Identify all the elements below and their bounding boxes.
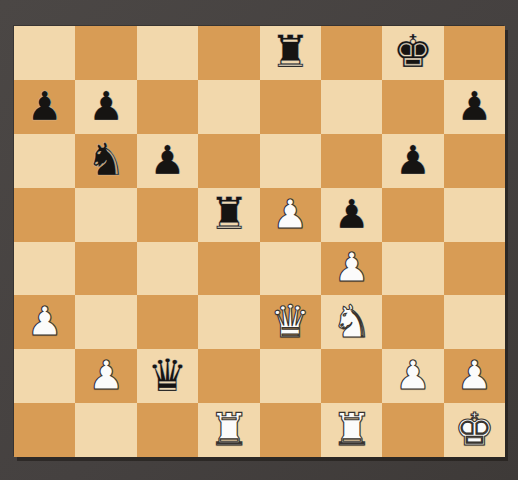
black-pawn: ♟: [395, 140, 431, 180]
square-b4[interactable]: [75, 242, 136, 296]
square-b1[interactable]: [75, 403, 136, 457]
square-c2[interactable]: ♛: [137, 349, 198, 403]
square-c5[interactable]: [137, 188, 198, 242]
square-h7[interactable]: ♟: [444, 80, 505, 134]
white-pawn: ♟: [272, 194, 308, 234]
square-g4[interactable]: [382, 242, 443, 296]
square-f7[interactable]: [321, 80, 382, 134]
square-a7[interactable]: ♟: [14, 80, 75, 134]
black-pawn: ♟: [27, 86, 63, 126]
white-queen: ♛: [270, 299, 310, 344]
square-d4[interactable]: [198, 242, 259, 296]
square-g5[interactable]: [382, 188, 443, 242]
black-pawn: ♟: [456, 86, 492, 126]
black-pawn: ♟: [150, 140, 186, 180]
square-d5[interactable]: ♜: [198, 188, 259, 242]
square-h2[interactable]: ♟: [444, 349, 505, 403]
black-rook: ♜: [209, 191, 249, 236]
black-pawn: ♟: [334, 194, 370, 234]
white-rook: ♜: [209, 407, 249, 452]
square-h4[interactable]: [444, 242, 505, 296]
square-b3[interactable]: [75, 295, 136, 349]
white-king: ♚: [454, 407, 494, 452]
white-knight: ♞: [331, 299, 371, 344]
square-e4[interactable]: [260, 242, 321, 296]
square-b6[interactable]: ♞: [75, 134, 136, 188]
square-d7[interactable]: [198, 80, 259, 134]
square-c7[interactable]: [137, 80, 198, 134]
square-e1[interactable]: [260, 403, 321, 457]
chess-board: ♜♚♟♟♟♞♟♟♜♟♟♟♟♛♞♟♛♟♟♜♜♚: [14, 26, 505, 457]
white-pawn: ♟: [395, 355, 431, 395]
square-a2[interactable]: [14, 349, 75, 403]
square-e3[interactable]: ♛: [260, 295, 321, 349]
square-b8[interactable]: [75, 26, 136, 80]
square-g1[interactable]: [382, 403, 443, 457]
square-e2[interactable]: [260, 349, 321, 403]
square-e6[interactable]: [260, 134, 321, 188]
square-d3[interactable]: [198, 295, 259, 349]
square-h5[interactable]: [444, 188, 505, 242]
square-a5[interactable]: [14, 188, 75, 242]
square-f4[interactable]: ♟: [321, 242, 382, 296]
square-f5[interactable]: ♟: [321, 188, 382, 242]
black-rook: ♜: [270, 29, 310, 74]
white-pawn: ♟: [456, 355, 492, 395]
square-a3[interactable]: ♟: [14, 295, 75, 349]
square-c8[interactable]: [137, 26, 198, 80]
square-b5[interactable]: [75, 188, 136, 242]
square-b2[interactable]: ♟: [75, 349, 136, 403]
square-h1[interactable]: ♚: [444, 403, 505, 457]
square-h8[interactable]: [444, 26, 505, 80]
square-a1[interactable]: [14, 403, 75, 457]
square-d8[interactable]: [198, 26, 259, 80]
black-knight: ♞: [86, 137, 126, 182]
square-f6[interactable]: [321, 134, 382, 188]
white-pawn: ♟: [88, 355, 124, 395]
square-a6[interactable]: [14, 134, 75, 188]
square-f3[interactable]: ♞: [321, 295, 382, 349]
square-e5[interactable]: ♟: [260, 188, 321, 242]
square-g8[interactable]: ♚: [382, 26, 443, 80]
black-pawn: ♟: [88, 86, 124, 126]
black-queen: ♛: [147, 353, 187, 398]
square-c3[interactable]: [137, 295, 198, 349]
square-g3[interactable]: [382, 295, 443, 349]
square-c4[interactable]: [137, 242, 198, 296]
square-f1[interactable]: ♜: [321, 403, 382, 457]
square-h6[interactable]: [444, 134, 505, 188]
square-d6[interactable]: [198, 134, 259, 188]
square-a8[interactable]: [14, 26, 75, 80]
square-d2[interactable]: [198, 349, 259, 403]
square-f2[interactable]: [321, 349, 382, 403]
square-b7[interactable]: ♟: [75, 80, 136, 134]
black-king: ♚: [393, 29, 433, 74]
square-f8[interactable]: [321, 26, 382, 80]
white-rook: ♜: [331, 407, 371, 452]
square-d1[interactable]: ♜: [198, 403, 259, 457]
square-e7[interactable]: [260, 80, 321, 134]
white-pawn: ♟: [334, 247, 370, 287]
white-pawn: ♟: [27, 301, 63, 341]
square-a4[interactable]: [14, 242, 75, 296]
square-g6[interactable]: ♟: [382, 134, 443, 188]
square-c1[interactable]: [137, 403, 198, 457]
square-g2[interactable]: ♟: [382, 349, 443, 403]
square-g7[interactable]: [382, 80, 443, 134]
square-c6[interactable]: ♟: [137, 134, 198, 188]
square-e8[interactable]: ♜: [260, 26, 321, 80]
screenshot-root: ♜♚♟♟♟♞♟♟♜♟♟♟♟♛♞♟♛♟♟♜♜♚: [0, 0, 518, 480]
square-h3[interactable]: [444, 295, 505, 349]
